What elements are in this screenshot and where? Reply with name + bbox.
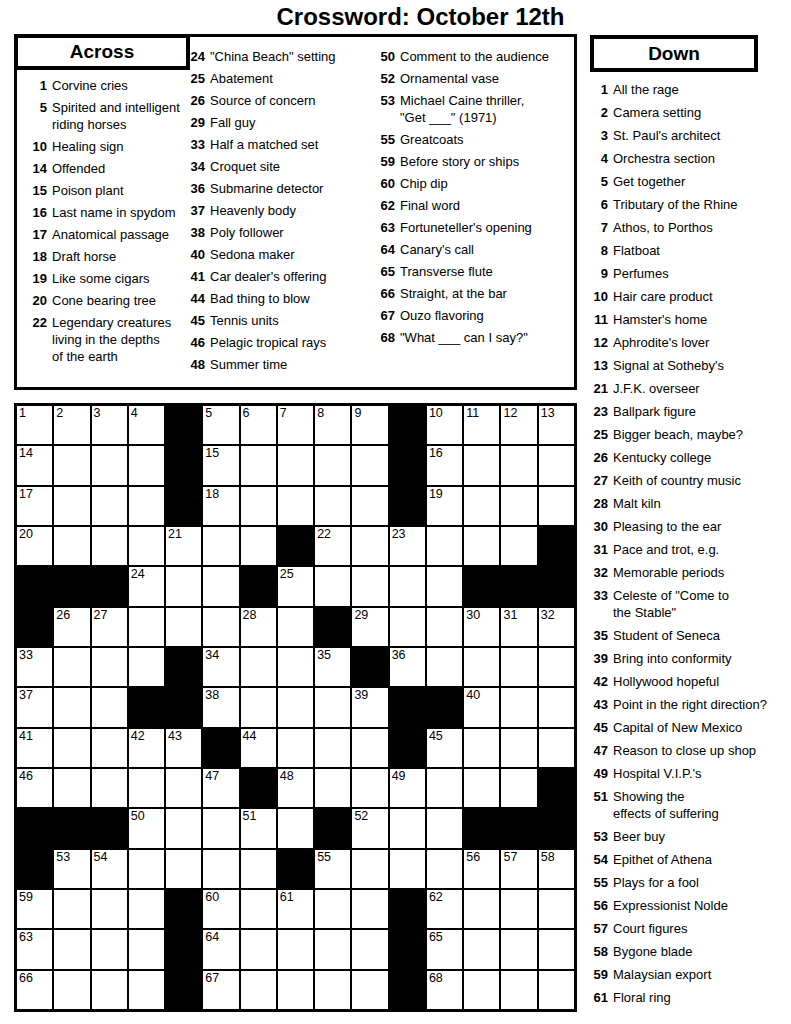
black-cell-r11c3 <box>92 809 127 847</box>
grid-cell-r5c10[interactable] <box>352 567 387 605</box>
cell-number: 15 <box>205 447 219 460</box>
across-clue: 68"What ___ can I say?" <box>373 329 573 346</box>
clue-text: Croquet site <box>210 158 375 175</box>
grid-cell-r3c9[interactable] <box>315 487 350 525</box>
grid-cell-r10c8[interactable]: 48 <box>278 769 313 807</box>
grid-cell-r4c5[interactable]: 21 <box>166 527 201 565</box>
grid-cell-r6c6[interactable] <box>203 608 238 646</box>
clue-number: 18 <box>25 248 47 265</box>
cell-number: 55 <box>317 851 331 864</box>
grid-cell-r14c1[interactable]: 63 <box>17 930 52 968</box>
grid-cell-r3c10[interactable] <box>352 487 387 525</box>
clue-number: 21 <box>590 380 608 397</box>
clue-text: Orchestra section <box>613 150 791 167</box>
cell-number: 33 <box>19 649 33 662</box>
grid-cell-r12c2[interactable]: 53 <box>54 850 89 888</box>
grid-cell-r12c15[interactable]: 58 <box>539 850 574 888</box>
grid-cell-r7c6[interactable]: 34 <box>203 648 238 686</box>
grid-cell-r12c6[interactable] <box>203 850 238 888</box>
grid-cell-r4c14[interactable] <box>501 527 536 565</box>
clue-number: 7 <box>590 219 608 236</box>
clue-text: Beer buy <box>613 828 791 845</box>
down-clue: 58Bygone blade <box>590 943 791 960</box>
grid-cell-r14c4[interactable] <box>129 930 164 968</box>
grid-cell-r14c2[interactable] <box>54 930 89 968</box>
clue-number: 26 <box>590 449 608 466</box>
black-cell-r4c8 <box>278 527 313 565</box>
across-clue: 5Spirited and intelligent riding horses <box>25 99 207 133</box>
grid-cell-r6c3[interactable]: 27 <box>92 608 127 646</box>
grid-cell-r2c6[interactable]: 15 <box>203 446 238 484</box>
cell-number: 22 <box>317 528 331 541</box>
clue-text: Tennis units <box>210 312 375 329</box>
grid-cell-r15c10[interactable] <box>352 971 387 1009</box>
grid-cell-r3c15[interactable] <box>539 487 574 525</box>
grid-cell-r8c15[interactable] <box>539 688 574 726</box>
grid-cell-r7c1[interactable]: 33 <box>17 648 52 686</box>
grid-cell-r9c4[interactable]: 42 <box>129 729 164 767</box>
black-cell-r10c7 <box>241 769 276 807</box>
grid-cell-r6c15[interactable]: 32 <box>539 608 574 646</box>
grid-cell-r15c14[interactable] <box>501 971 536 1009</box>
grid-cell-r2c15[interactable] <box>539 446 574 484</box>
grid-cell-r3c12[interactable]: 19 <box>427 487 462 525</box>
grid-cell-r2c4[interactable] <box>129 446 164 484</box>
down-clue: 33Celeste of "Come to the Stable" <box>590 587 791 621</box>
grid-cell-r6c11[interactable] <box>390 608 425 646</box>
grid-cell-r4c7[interactable] <box>241 527 276 565</box>
grid-cell-r12c3[interactable]: 54 <box>92 850 127 888</box>
grid-cell-r1c15[interactable]: 13 <box>539 406 574 444</box>
grid-cell-r2c9[interactable] <box>315 446 350 484</box>
clue-text: All the rage <box>613 81 791 98</box>
clue-number: 64 <box>373 241 395 258</box>
grid-cell-r8c14[interactable] <box>501 688 536 726</box>
grid-cell-r3c3[interactable] <box>92 487 127 525</box>
grid-cell-r8c3[interactable] <box>92 688 127 726</box>
cell-number: 7 <box>280 407 287 420</box>
grid-cell-r1c10[interactable]: 9 <box>352 406 387 444</box>
grid-cell-r1c1[interactable]: 1 <box>17 406 52 444</box>
grid-cell-r10c12[interactable] <box>427 769 462 807</box>
grid-cell-r9c7[interactable]: 44 <box>241 729 276 767</box>
grid-cell-r15c2[interactable] <box>54 971 89 1009</box>
black-cell-r1c11 <box>390 406 425 444</box>
black-cell-r14c11 <box>390 930 425 968</box>
grid-cell-r4c4[interactable] <box>129 527 164 565</box>
grid-cell-r9c13[interactable] <box>464 729 499 767</box>
grid-cell-r3c13[interactable] <box>464 487 499 525</box>
grid-cell-r1c13[interactable]: 11 <box>464 406 499 444</box>
clue-text: Court figures <box>613 920 791 937</box>
across-clue: 60Chip dip <box>373 175 573 192</box>
clue-number: 50 <box>373 48 395 65</box>
grid-cell-r10c10[interactable] <box>352 769 387 807</box>
grid-cell-r12c10[interactable] <box>352 850 387 888</box>
grid-cell-r12c4[interactable] <box>129 850 164 888</box>
grid-cell-r2c8[interactable] <box>278 446 313 484</box>
grid-cell-r12c13[interactable]: 56 <box>464 850 499 888</box>
grid-cell-r13c9[interactable] <box>315 890 350 928</box>
grid-cell-r9c12[interactable]: 45 <box>427 729 462 767</box>
cell-number: 32 <box>541 609 555 622</box>
grid-cell-r12c5[interactable] <box>166 850 201 888</box>
clue-number: 48 <box>183 356 205 373</box>
grid-cell-r15c4[interactable] <box>129 971 164 1009</box>
grid-cell-r13c6[interactable]: 60 <box>203 890 238 928</box>
grid-cell-r6c10[interactable]: 29 <box>352 608 387 646</box>
across-clue: 17Anatomical passage <box>25 226 207 243</box>
cell-number: 9 <box>354 407 361 420</box>
grid-cell-r7c12[interactable] <box>427 648 462 686</box>
clue-text: Fortuneteller's opening <box>400 219 573 236</box>
grid-cell-r11c4[interactable]: 50 <box>129 809 164 847</box>
grid-cell-r13c15[interactable] <box>539 890 574 928</box>
grid-cell-r13c14[interactable] <box>501 890 536 928</box>
grid-cell-r15c6[interactable]: 67 <box>203 971 238 1009</box>
across-clue: 1Corvine cries <box>25 77 207 94</box>
grid-cell-r6c14[interactable]: 31 <box>501 608 536 646</box>
grid-cell-r6c5[interactable] <box>166 608 201 646</box>
grid-cell-r9c1[interactable]: 41 <box>17 729 52 767</box>
grid-cell-r5c9[interactable] <box>315 567 350 605</box>
down-clue: 51Showing the effects of suffering <box>590 788 791 822</box>
clue-number: 5 <box>590 173 608 190</box>
grid-cell-r15c8[interactable] <box>278 971 313 1009</box>
grid-cell-r2c2[interactable] <box>54 446 89 484</box>
grid-cell-r7c7[interactable] <box>241 648 276 686</box>
grid-cell-r15c15[interactable] <box>539 971 574 1009</box>
grid-cell-r3c14[interactable] <box>501 487 536 525</box>
grid-cell-r13c7[interactable] <box>241 890 276 928</box>
across-clue: 25Abatement <box>183 70 375 87</box>
clue-number: 43 <box>590 696 608 713</box>
grid-cell-r11c6[interactable] <box>203 809 238 847</box>
grid-cell-r1c12[interactable]: 10 <box>427 406 462 444</box>
grid-cell-r15c12[interactable]: 68 <box>427 971 462 1009</box>
cell-number: 8 <box>317 407 324 420</box>
grid-cell-r8c13[interactable]: 40 <box>464 688 499 726</box>
grid-cell-r9c9[interactable] <box>315 729 350 767</box>
cell-number: 53 <box>56 851 70 864</box>
grid-cell-r12c7[interactable] <box>241 850 276 888</box>
across-clue-column-3: 50Comment to the audience52Ornamental va… <box>373 48 573 351</box>
grid-cell-r3c8[interactable] <box>278 487 313 525</box>
clue-number: 68 <box>373 329 395 346</box>
grid-cell-r14c8[interactable] <box>278 930 313 968</box>
grid-cell-r12c14[interactable]: 57 <box>501 850 536 888</box>
grid-cell-r2c3[interactable] <box>92 446 127 484</box>
down-clue: 61Floral ring <box>590 989 791 1006</box>
grid-cell-r7c8[interactable] <box>278 648 313 686</box>
grid-cell-r7c2[interactable] <box>54 648 89 686</box>
clue-text: Canary's call <box>400 241 573 258</box>
across-clue: 10Healing sign <box>25 138 207 155</box>
black-cell-r11c1 <box>17 809 52 847</box>
cell-number: 19 <box>429 488 443 501</box>
grid-cell-r14c7[interactable] <box>241 930 276 968</box>
clue-number: 9 <box>590 265 608 282</box>
grid-cell-r9c2[interactable] <box>54 729 89 767</box>
cell-number: 54 <box>94 851 108 864</box>
grid-cell-r15c13[interactable] <box>464 971 499 1009</box>
clue-text: Epithet of Athena <box>613 851 791 868</box>
grid-cell-r13c8[interactable]: 61 <box>278 890 313 928</box>
clue-text: Aphrodite's lover <box>613 334 791 351</box>
clue-number: 15 <box>25 182 47 199</box>
grid-cell-r12c11[interactable] <box>390 850 425 888</box>
grid-cell-r14c13[interactable] <box>464 930 499 968</box>
grid-cell-r13c10[interactable] <box>352 890 387 928</box>
grid-cell-r14c10[interactable] <box>352 930 387 968</box>
grid-cell-r11c11[interactable] <box>390 809 425 847</box>
grid-cell-r14c3[interactable] <box>92 930 127 968</box>
grid-cell-r9c15[interactable] <box>539 729 574 767</box>
across-clue: 14Offended <box>25 160 207 177</box>
down-clue: 45Capital of New Mexico <box>590 719 791 736</box>
grid-cell-r11c5[interactable] <box>166 809 201 847</box>
grid-cell-r14c6[interactable]: 64 <box>203 930 238 968</box>
grid-cell-r4c3[interactable] <box>92 527 127 565</box>
cell-number: 43 <box>168 730 182 743</box>
cell-number: 36 <box>392 649 406 662</box>
clue-number: 59 <box>590 966 608 983</box>
grid-cell-r6c7[interactable]: 28 <box>241 608 276 646</box>
clue-number: 1 <box>25 77 47 94</box>
black-cell-r9c6 <box>203 729 238 767</box>
clue-text: Before story or ships <box>400 153 573 170</box>
grid-cell-r1c7[interactable]: 6 <box>241 406 276 444</box>
grid-cell-r4c2[interactable] <box>54 527 89 565</box>
across-clue: 29Fall guy <box>183 114 375 131</box>
cell-number: 51 <box>243 810 257 823</box>
down-clue: 56Expressionist Nolde <box>590 897 791 914</box>
black-cell-r11c14 <box>501 809 536 847</box>
grid-cell-r7c11[interactable]: 36 <box>390 648 425 686</box>
grid-cell-r7c3[interactable] <box>92 648 127 686</box>
clue-number: 55 <box>373 131 395 148</box>
across-clue: 52Ornamental vase <box>373 70 573 87</box>
cell-number: 45 <box>429 730 443 743</box>
grid-cell-r9c10[interactable] <box>352 729 387 767</box>
clue-number: 40 <box>183 246 205 263</box>
grid-cell-r8c8[interactable] <box>278 688 313 726</box>
grid-cell-r4c12[interactable] <box>427 527 462 565</box>
black-cell-r13c5 <box>166 890 201 928</box>
across-clue: 26Source of concern <box>183 92 375 109</box>
grid-cell-r9c14[interactable] <box>501 729 536 767</box>
black-cell-r8c12 <box>427 688 462 726</box>
grid-cell-r4c6[interactable] <box>203 527 238 565</box>
clue-number: 46 <box>183 334 205 351</box>
down-clue: 57Court figures <box>590 920 791 937</box>
clue-text: Half a matched set <box>210 136 375 153</box>
grid-cell-r10c6[interactable]: 47 <box>203 769 238 807</box>
grid-cell-r6c12[interactable] <box>427 608 462 646</box>
grid-cell-r8c2[interactable] <box>54 688 89 726</box>
clue-text: Athos, to Porthos <box>613 219 791 236</box>
grid-cell-r6c13[interactable]: 30 <box>464 608 499 646</box>
clue-number: 25 <box>183 70 205 87</box>
cell-number: 68 <box>429 972 443 985</box>
grid-cell-r7c14[interactable] <box>501 648 536 686</box>
grid-cell-r4c10[interactable] <box>352 527 387 565</box>
down-header-label: Down <box>648 43 700 65</box>
down-clues-panel: Down 1All the rage2Camera setting3St. Pa… <box>590 35 791 1012</box>
clue-text: Summer time <box>210 356 375 373</box>
grid-cell-r8c10[interactable]: 39 <box>352 688 387 726</box>
grid-cell-r2c12[interactable]: 16 <box>427 446 462 484</box>
grid-cell-r10c14[interactable] <box>501 769 536 807</box>
grid-cell-r14c9[interactable] <box>315 930 350 968</box>
across-clue: 67Ouzo flavoring <box>373 307 573 324</box>
grid-cell-r14c12[interactable]: 65 <box>427 930 462 968</box>
down-clue: 7Athos, to Porthos <box>590 219 791 236</box>
down-clue: 1All the rage <box>590 81 791 98</box>
grid-cell-r13c4[interactable] <box>129 890 164 928</box>
grid-cell-r10c13[interactable] <box>464 769 499 807</box>
clue-number: 10 <box>590 288 608 305</box>
grid-cell-r1c6[interactable]: 5 <box>203 406 238 444</box>
grid-cell-r5c4[interactable]: 24 <box>129 567 164 605</box>
grid-cell-r1c14[interactable]: 12 <box>501 406 536 444</box>
across-clue: 41Car dealer's offering <box>183 268 375 285</box>
grid-cell-r3c4[interactable] <box>129 487 164 525</box>
clue-number: 4 <box>590 150 608 167</box>
across-clue: 48Summer time <box>183 356 375 373</box>
grid-cell-r11c7[interactable]: 51 <box>241 809 276 847</box>
grid-cell-r13c3[interactable] <box>92 890 127 928</box>
clue-number: 17 <box>25 226 47 243</box>
clue-text: Michael Caine thriller, "Get ___" (1971) <box>400 92 573 126</box>
grid-cell-r7c9[interactable]: 35 <box>315 648 350 686</box>
black-cell-r5c1 <box>17 567 52 605</box>
black-cell-r12c1 <box>17 850 52 888</box>
grid-cell-r15c3[interactable] <box>92 971 127 1009</box>
grid-cell-r13c1[interactable]: 59 <box>17 890 52 928</box>
grid-cell-r8c9[interactable] <box>315 688 350 726</box>
clue-number: 60 <box>373 175 395 192</box>
grid-cell-r1c2[interactable]: 2 <box>54 406 89 444</box>
grid-cell-r12c9[interactable]: 55 <box>315 850 350 888</box>
grid-cell-r2c1[interactable]: 14 <box>17 446 52 484</box>
grid-cell-r3c1[interactable]: 17 <box>17 487 52 525</box>
grid-cell-r5c5[interactable] <box>166 567 201 605</box>
grid-cell-r8c7[interactable] <box>241 688 276 726</box>
grid-cell-r3c7[interactable] <box>241 487 276 525</box>
grid-cell-r15c1[interactable]: 66 <box>17 971 52 1009</box>
grid-cell-r3c6[interactable]: 18 <box>203 487 238 525</box>
grid-cell-r9c5[interactable]: 43 <box>166 729 201 767</box>
grid-cell-r10c5[interactable] <box>166 769 201 807</box>
across-clue: 19Like some cigars <box>25 270 207 287</box>
grid-cell-r10c4[interactable] <box>129 769 164 807</box>
grid-cell-r11c12[interactable] <box>427 809 462 847</box>
cell-number: 35 <box>317 649 331 662</box>
down-clue: 23Ballpark figure <box>590 403 791 420</box>
down-clue: 11Hamster's home <box>590 311 791 328</box>
cell-number: 66 <box>19 972 33 985</box>
grid-cell-r1c8[interactable]: 7 <box>278 406 313 444</box>
cell-number: 23 <box>392 528 406 541</box>
grid-cell-r10c1[interactable]: 46 <box>17 769 52 807</box>
grid-cell-r3c2[interactable] <box>54 487 89 525</box>
grid-cell-r9c3[interactable] <box>92 729 127 767</box>
grid-cell-r2c13[interactable] <box>464 446 499 484</box>
down-clue: 2Camera setting <box>590 104 791 121</box>
grid-cell-r11c8[interactable] <box>278 809 313 847</box>
grid-cell-r10c11[interactable]: 49 <box>390 769 425 807</box>
grid-cell-r4c1[interactable]: 20 <box>17 527 52 565</box>
grid-cell-r8c1[interactable]: 37 <box>17 688 52 726</box>
grid-cell-r6c2[interactable]: 26 <box>54 608 89 646</box>
clue-text: Ornamental vase <box>400 70 573 87</box>
grid-cell-r1c4[interactable]: 4 <box>129 406 164 444</box>
grid-cell-r2c7[interactable] <box>241 446 276 484</box>
grid-cell-r5c12[interactable] <box>427 567 462 605</box>
grid-cell-r15c7[interactable] <box>241 971 276 1009</box>
grid-cell-r2c10[interactable] <box>352 446 387 484</box>
cell-number: 6 <box>243 407 250 420</box>
down-clue: 21J.F.K. overseer <box>590 380 791 397</box>
grid-cell-r1c3[interactable]: 3 <box>92 406 127 444</box>
clue-text: Malt kiln <box>613 495 791 512</box>
grid-cell-r6c8[interactable] <box>278 608 313 646</box>
grid-cell-r1c9[interactable]: 8 <box>315 406 350 444</box>
grid-cell-r12c12[interactable] <box>427 850 462 888</box>
grid-cell-r13c13[interactable] <box>464 890 499 928</box>
grid-cell-r4c9[interactable]: 22 <box>315 527 350 565</box>
grid-cell-r10c3[interactable] <box>92 769 127 807</box>
grid-cell-r5c8[interactable]: 25 <box>278 567 313 605</box>
clue-text: Source of concern <box>210 92 375 109</box>
grid-cell-r7c13[interactable] <box>464 648 499 686</box>
across-clue: 40Sedona maker <box>183 246 375 263</box>
grid-cell-r2c14[interactable] <box>501 446 536 484</box>
cell-number: 42 <box>131 730 145 743</box>
grid-cell-r5c6[interactable] <box>203 567 238 605</box>
grid-cell-r10c2[interactable] <box>54 769 89 807</box>
grid-cell-r13c12[interactable]: 62 <box>427 890 462 928</box>
grid-cell-r4c13[interactable] <box>464 527 499 565</box>
cell-number: 67 <box>205 972 219 985</box>
grid-cell-r13c2[interactable] <box>54 890 89 928</box>
grid-cell-r10c9[interactable] <box>315 769 350 807</box>
grid-cell-r7c15[interactable] <box>539 648 574 686</box>
down-clue: 5Get together <box>590 173 791 190</box>
across-clue-column-1: 1Corvine cries5Spirited and intelligent … <box>25 77 207 370</box>
grid-cell-r14c14[interactable] <box>501 930 536 968</box>
grid-cell-r15c9[interactable] <box>315 971 350 1009</box>
grid-cell-r5c11[interactable] <box>390 567 425 605</box>
clue-text: Chip dip <box>400 175 573 192</box>
grid-cell-r8c6[interactable]: 38 <box>203 688 238 726</box>
grid-cell-r9c8[interactable] <box>278 729 313 767</box>
across-clue: 50Comment to the audience <box>373 48 573 65</box>
grid-cell-r6c4[interactable] <box>129 608 164 646</box>
grid-cell-r11c10[interactable]: 52 <box>352 809 387 847</box>
down-clue: 3St. Paul's architect <box>590 127 791 144</box>
clue-number: 25 <box>590 426 608 443</box>
clue-number: 29 <box>183 114 205 131</box>
clue-number: 39 <box>590 650 608 667</box>
grid-cell-r7c4[interactable] <box>129 648 164 686</box>
across-clue: 36Submarine detector <box>183 180 375 197</box>
grid-cell-r4c11[interactable]: 23 <box>390 527 425 565</box>
clue-text: Capital of New Mexico <box>613 719 791 736</box>
grid-cell-r14c15[interactable] <box>539 930 574 968</box>
clue-text: Floral ring <box>613 989 791 1006</box>
